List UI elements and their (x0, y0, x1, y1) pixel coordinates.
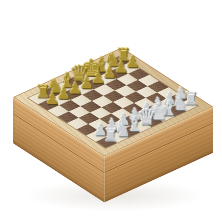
piece-silver-rook[interactable]: ♜ (103, 127, 118, 145)
product-photo: ♜♞♝♛♚♝♞♜♟♟♟♟♟♟♟♟♟♟♟♟♟♟♟♟♜♞♝♛♚♝♞♜ (0, 0, 222, 222)
piece-gold-pawn[interactable]: ♟ (45, 91, 60, 107)
